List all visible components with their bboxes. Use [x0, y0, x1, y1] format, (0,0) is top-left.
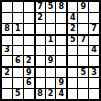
sudoku-cell[interactable] [46, 24, 56, 34]
sudoku-cell[interactable] [78, 78, 88, 88]
sudoku-cell[interactable] [46, 13, 56, 23]
sudoku-cell[interactable] [67, 89, 77, 99]
sudoku-cell[interactable] [67, 56, 77, 66]
sudoku-cell[interactable] [24, 24, 34, 34]
sudoku-cell[interactable]: 8 [2, 24, 12, 34]
sudoku-cell[interactable] [78, 24, 88, 34]
sudoku-cell[interactable]: 5 [67, 35, 77, 45]
sudoku-cell[interactable] [13, 2, 23, 12]
sudoku-cell[interactable] [2, 78, 12, 88]
sudoku-cell[interactable]: 9 [46, 56, 56, 66]
sudoku-cell[interactable] [67, 67, 77, 77]
sudoku-cell[interactable] [56, 35, 66, 45]
sudoku-cell[interactable]: 9 [24, 67, 34, 77]
sudoku-cell[interactable] [78, 56, 88, 66]
sudoku-cell[interactable]: 6 [24, 78, 34, 88]
sudoku-cell[interactable] [67, 78, 77, 88]
sudoku-cell[interactable] [89, 35, 99, 45]
sudoku-cell[interactable] [78, 46, 88, 56]
sudoku-cell[interactable] [2, 56, 12, 66]
sudoku-cell[interactable] [56, 46, 66, 56]
sudoku-cell[interactable]: 5 [13, 89, 23, 99]
sudoku-cell[interactable] [35, 56, 45, 66]
sudoku-cell[interactable]: 2 [24, 56, 34, 66]
sudoku-cell[interactable]: 4 [67, 13, 77, 23]
sudoku-cell[interactable] [24, 46, 34, 56]
sudoku-cell[interactable]: 5 [46, 2, 56, 12]
sudoku-cell[interactable]: 3 [89, 67, 99, 77]
sudoku-cell[interactable] [56, 56, 66, 66]
sudoku-cell[interactable] [13, 13, 23, 23]
sudoku-cell[interactable] [89, 2, 99, 12]
sudoku-cell[interactable] [35, 35, 45, 45]
sudoku-cell[interactable] [67, 2, 77, 12]
sudoku-cell[interactable] [24, 2, 34, 12]
sudoku-cell[interactable] [2, 89, 12, 99]
sudoku-cell[interactable]: 5 [78, 67, 88, 77]
sudoku-cell[interactable] [13, 78, 23, 88]
sudoku-cell[interactable] [46, 46, 56, 56]
sudoku-cell[interactable]: 8 [35, 89, 45, 99]
sudoku-cell[interactable] [56, 24, 66, 34]
sudoku-cell[interactable] [2, 2, 12, 12]
sudoku-cell[interactable]: 9 [56, 78, 66, 88]
sudoku-cell[interactable]: 2 [35, 13, 45, 23]
sudoku-cell[interactable]: 4 [56, 89, 66, 99]
sudoku-cell[interactable] [24, 13, 34, 23]
sudoku-cell[interactable] [24, 35, 34, 45]
sudoku-cell[interactable]: 2 [67, 24, 77, 34]
sudoku-cell[interactable] [46, 78, 56, 88]
sudoku-cell[interactable] [35, 67, 45, 77]
sudoku-cell[interactable]: 8 [56, 2, 66, 12]
sudoku-cell[interactable]: 2 [46, 89, 56, 99]
sudoku-cell[interactable] [13, 35, 23, 45]
sudoku-cell[interactable] [89, 89, 99, 99]
sudoku-cell[interactable]: 3 [2, 46, 12, 56]
sudoku-cell[interactable] [89, 78, 99, 88]
sudoku-board: 7589248127157346292953695824 [0, 0, 101, 101]
sudoku-cell[interactable] [78, 13, 88, 23]
sudoku-cell[interactable] [35, 78, 45, 88]
sudoku-cell[interactable] [46, 67, 56, 77]
sudoku-cell[interactable]: 6 [13, 56, 23, 66]
sudoku-cell[interactable] [89, 56, 99, 66]
sudoku-cell[interactable] [35, 24, 45, 34]
sudoku-cell[interactable] [78, 89, 88, 99]
sudoku-cell[interactable] [56, 13, 66, 23]
sudoku-cell[interactable] [13, 46, 23, 56]
sudoku-cell[interactable]: 4 [89, 46, 99, 56]
sudoku-cell[interactable]: 1 [46, 35, 56, 45]
sudoku-cell[interactable] [89, 13, 99, 23]
sudoku-cell[interactable]: 1 [13, 24, 23, 34]
sudoku-cell[interactable] [2, 13, 12, 23]
sudoku-cell[interactable]: 2 [2, 67, 12, 77]
sudoku-cell[interactable] [24, 89, 34, 99]
sudoku-cell[interactable]: 7 [89, 24, 99, 34]
sudoku-cell[interactable] [2, 35, 12, 45]
sudoku-cell[interactable] [35, 46, 45, 56]
sudoku-cell[interactable] [56, 67, 66, 77]
sudoku-cell[interactable]: 9 [78, 2, 88, 12]
sudoku-cell[interactable]: 7 [78, 35, 88, 45]
sudoku-cell[interactable] [13, 67, 23, 77]
sudoku-cell[interactable]: 7 [35, 2, 45, 12]
sudoku-cell[interactable] [67, 46, 77, 56]
